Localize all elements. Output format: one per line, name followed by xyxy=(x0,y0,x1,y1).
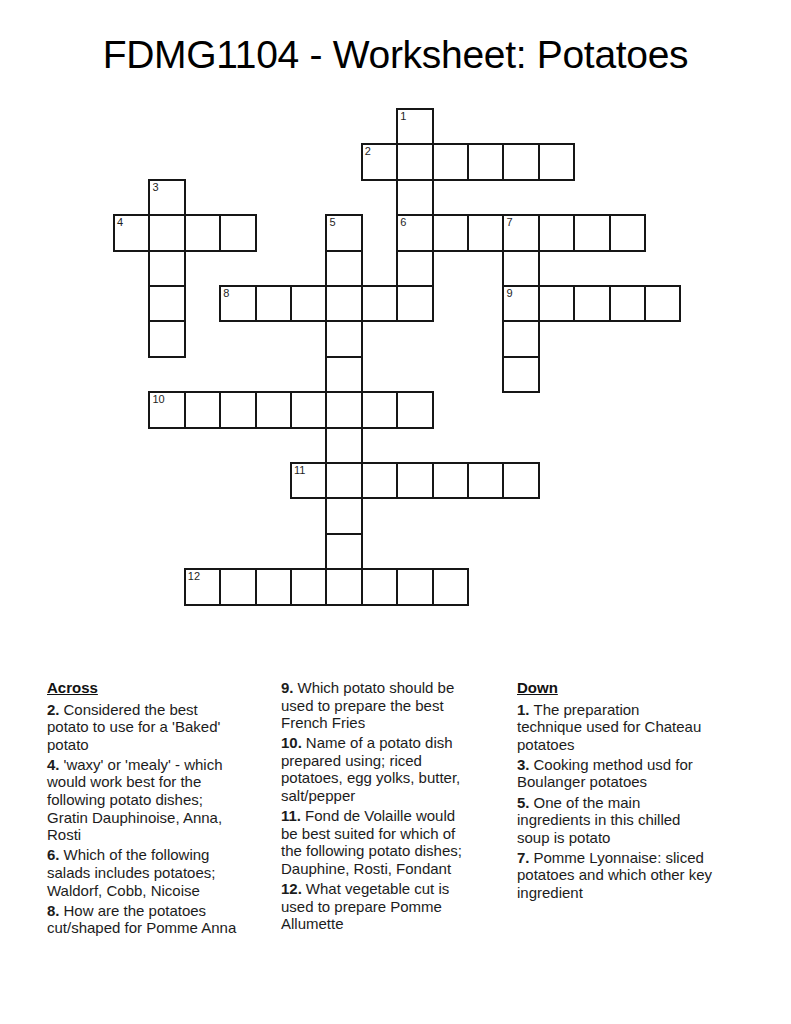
clue-text: Which potato should be used to prepare t… xyxy=(281,679,454,731)
clue-down-5: 5.One of the main ingredients in this ch… xyxy=(517,794,749,847)
clue-text: Fond de Volaille would be best suited fo… xyxy=(281,807,462,877)
page-title: FDMG1104 - Worksheet: Potatoes xyxy=(0,33,791,77)
grid-cell[interactable] xyxy=(467,462,504,499)
clue-text: Name of a potato dish prepared using; ri… xyxy=(281,734,460,804)
grid-cell[interactable] xyxy=(467,214,504,251)
grid-cell[interactable] xyxy=(609,214,646,251)
grid-cell[interactable] xyxy=(396,179,433,216)
grid-cell[interactable]: 4 xyxy=(113,214,150,251)
grid-cell[interactable] xyxy=(432,143,469,180)
grid-cell[interactable]: 12 xyxy=(184,568,221,605)
clue-across-11: 11.Fond de Volaille would be best suited… xyxy=(281,807,513,877)
clues-column-down: Down 1.The preparation technique used fo… xyxy=(517,679,749,904)
grid-cell[interactable] xyxy=(396,568,433,605)
grid-cell[interactable] xyxy=(325,497,362,534)
cell-number: 2 xyxy=(365,145,371,158)
cell-number: 5 xyxy=(329,216,335,229)
clues-column-across-2: 9.Which potato should be used to prepare… xyxy=(281,679,513,935)
grid-cell[interactable] xyxy=(290,568,327,605)
grid-cell[interactable] xyxy=(325,462,362,499)
cell-number: 12 xyxy=(188,570,200,583)
grid-cell[interactable] xyxy=(396,285,433,322)
clues-column-across: Across 2.Considered the best potato to u… xyxy=(47,679,279,939)
grid-cell[interactable]: 9 xyxy=(502,285,539,322)
grid-cell[interactable] xyxy=(219,214,256,251)
grid-cell[interactable] xyxy=(325,250,362,287)
grid-cell[interactable] xyxy=(609,285,646,322)
clue-across-6: 6.Which of the following salads includes… xyxy=(47,846,279,899)
clue-down-7: 7.Pomme Lyonnaise: sliced potatoes and w… xyxy=(517,849,749,902)
grid-cell[interactable] xyxy=(184,391,221,428)
grid-cell[interactable] xyxy=(396,250,433,287)
grid-cell[interactable] xyxy=(361,391,398,428)
grid-cell[interactable] xyxy=(255,568,292,605)
cell-number: 9 xyxy=(506,287,512,300)
clue-across-2: 2.Considered the best potato to use for … xyxy=(47,701,279,754)
clue-text: Pomme Lyonnaise: sliced potatoes and whi… xyxy=(517,849,712,901)
clue-across-10: 10.Name of a potato dish prepared using;… xyxy=(281,734,513,804)
cell-number: 8 xyxy=(223,287,229,300)
grid-cell[interactable] xyxy=(502,356,539,393)
grid-cell[interactable] xyxy=(432,568,469,605)
clue-text: Which of the following salads includes p… xyxy=(47,846,215,898)
grid-cell[interactable] xyxy=(538,285,575,322)
grid-cell[interactable] xyxy=(148,320,185,357)
down-header: Down xyxy=(517,679,749,697)
across-header: Across xyxy=(47,679,279,697)
clue-text: 'waxy' or 'mealy' - which would work bes… xyxy=(47,756,223,843)
cell-number: 11 xyxy=(294,464,305,477)
clue-text: One of the main ingredients in this chil… xyxy=(517,794,680,846)
clue-text: What vegetable cut is used to prepare Po… xyxy=(281,880,449,932)
grid-cell[interactable] xyxy=(325,568,362,605)
clue-number: 1. xyxy=(517,701,530,718)
cell-number: 10 xyxy=(152,393,164,406)
clue-across-12: 12.What vegetable cut is used to prepare… xyxy=(281,880,513,933)
grid-cell[interactable] xyxy=(255,391,292,428)
grid-cell[interactable] xyxy=(325,533,362,570)
clue-number: 12. xyxy=(281,880,302,897)
grid-cell[interactable] xyxy=(467,143,504,180)
grid-cell[interactable] xyxy=(396,462,433,499)
clue-text: Considered the best potato to use for a … xyxy=(47,701,220,753)
clue-text: The preparation technique used for Chate… xyxy=(517,701,701,753)
grid-cell[interactable] xyxy=(502,143,539,180)
grid-cell[interactable] xyxy=(184,214,221,251)
clue-number: 6. xyxy=(47,846,60,863)
grid-cell[interactable] xyxy=(325,391,362,428)
clue-number: 7. xyxy=(517,849,530,866)
grid-cell[interactable] xyxy=(573,214,610,251)
grid-cell[interactable] xyxy=(644,285,681,322)
grid-cell[interactable] xyxy=(255,285,292,322)
cell-number: 6 xyxy=(400,216,406,229)
clue-number: 11. xyxy=(281,807,301,824)
clue-text: How are the potatoes cut/shaped for Pomm… xyxy=(47,902,236,937)
grid-cell[interactable]: 2 xyxy=(361,143,398,180)
grid-cell[interactable] xyxy=(361,462,398,499)
clue-number: 9. xyxy=(281,679,294,696)
clue-number: 10. xyxy=(281,734,302,751)
grid-cell[interactable] xyxy=(219,568,256,605)
grid-cell[interactable] xyxy=(148,250,185,287)
grid-cell[interactable]: 6 xyxy=(396,214,433,251)
clue-number: 5. xyxy=(517,794,530,811)
grid-cell[interactable] xyxy=(432,214,469,251)
grid-cell[interactable] xyxy=(148,214,185,251)
grid-cell[interactable]: 3 xyxy=(148,179,185,216)
crossword-grid: 123456789101112 xyxy=(113,108,682,606)
grid-cell[interactable] xyxy=(538,143,575,180)
cell-number: 4 xyxy=(117,216,123,229)
grid-cell[interactable] xyxy=(538,214,575,251)
clue-across-8: 8.How are the potatoes cut/shaped for Po… xyxy=(47,902,279,937)
grid-cell[interactable]: 7 xyxy=(502,214,539,251)
clue-down-1: 1.The preparation technique used for Cha… xyxy=(517,701,749,754)
clue-down-3: 3.Cooking method usd for Boulanger potat… xyxy=(517,756,749,791)
clue-number: 2. xyxy=(47,701,60,718)
grid-cell[interactable] xyxy=(432,462,469,499)
grid-cell[interactable] xyxy=(325,320,362,357)
grid-cell[interactable] xyxy=(396,143,433,180)
grid-cell[interactable] xyxy=(361,285,398,322)
clue-number: 4. xyxy=(47,756,60,773)
grid-cell[interactable]: 1 xyxy=(396,108,433,145)
grid-cell[interactable] xyxy=(502,462,539,499)
clue-number: 3. xyxy=(517,756,530,773)
grid-cell[interactable] xyxy=(325,356,362,393)
grid-cell[interactable]: 8 xyxy=(219,285,256,322)
grid-cell[interactable] xyxy=(325,427,362,464)
grid-cell[interactable] xyxy=(219,391,256,428)
grid-cell[interactable] xyxy=(502,320,539,357)
clue-number: 8. xyxy=(47,902,60,919)
grid-cell[interactable] xyxy=(396,391,433,428)
grid-cell[interactable] xyxy=(290,285,327,322)
grid-cell[interactable] xyxy=(573,285,610,322)
grid-cell[interactable] xyxy=(325,285,362,322)
grid-cell[interactable] xyxy=(290,391,327,428)
grid-cell[interactable]: 5 xyxy=(325,214,362,251)
worksheet-page: FDMG1104 - Worksheet: Potatoes 123456789… xyxy=(0,0,791,1024)
clue-across-4: 4.'waxy' or 'mealy' - which would work b… xyxy=(47,756,279,844)
grid-cell[interactable] xyxy=(361,568,398,605)
clue-text: Cooking method usd for Boulanger potatoe… xyxy=(517,756,693,791)
cell-number: 1 xyxy=(400,110,406,123)
grid-cell[interactable] xyxy=(148,285,185,322)
grid-cell[interactable]: 11 xyxy=(290,462,327,499)
grid-cell[interactable]: 10 xyxy=(148,391,185,428)
grid-cell[interactable] xyxy=(502,250,539,287)
cell-number: 7 xyxy=(506,216,512,229)
cell-number: 3 xyxy=(152,181,158,194)
clue-across-9: 9.Which potato should be used to prepare… xyxy=(281,679,513,732)
